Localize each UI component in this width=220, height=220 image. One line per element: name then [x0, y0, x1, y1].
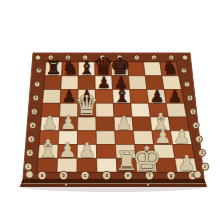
piece-black-pawn-d7[interactable]: ♟ [97, 74, 111, 92]
piece-black-knight-h8[interactable]: ♞ [162, 57, 178, 78]
coordinate-medallion-rank-left-3-label: 3 [30, 138, 32, 142]
coordinate-medallion-rank-right-8-label: 8 [183, 68, 185, 72]
coordinate-medallion-rank-left-8-label: 8 [38, 68, 40, 72]
corner-medallion [182, 55, 187, 60]
square-d2[interactable] [96, 145, 116, 159]
piece-white-bishop-a2[interactable]: ♝ [37, 134, 59, 163]
coordinate-medallion-file-b-label: b [62, 173, 65, 178]
piece-black-rook-a8[interactable]: ♜ [45, 57, 61, 78]
piece-black-pawn-h6[interactable]: ♟ [167, 87, 182, 106]
piece-black-knight-b8[interactable]: ♞ [62, 57, 78, 78]
corner-medallion [35, 55, 40, 60]
hinge-icon [147, 184, 149, 186]
square-g8[interactable] [144, 62, 162, 76]
piece-white-king-f1[interactable]: ♚ [132, 139, 162, 178]
coordinate-medallion-file-g-label: g [170, 173, 173, 178]
photo-canvas: aabbccddeeffgghh8877665544332211♜♞♝♛♚♞♟♟… [0, 0, 220, 220]
square-f7[interactable] [129, 76, 147, 90]
coordinate-medallion-rank-left-7-label: 7 [36, 82, 38, 86]
coordinate-medallion-rank-right-6-label: 6 [189, 96, 191, 100]
coordinate-medallion-rank-right-3-label: 3 [198, 138, 200, 142]
board-front-edge-lower [20, 184, 207, 188]
hinge-icon [65, 184, 67, 186]
board-front-edge [21, 178, 206, 184]
piece-white-pawn-a4[interactable]: ♟ [42, 112, 58, 133]
piece-black-pawn-g6[interactable]: ♟ [150, 87, 165, 106]
coordinate-medallion-rank-left-6-label: 6 [35, 96, 37, 100]
chess-board: aabbccddeeffgghh8877665544332211♜♞♝♛♚♞♟♟… [0, 0, 220, 220]
piece-white-pawn-h3[interactable]: ♟ [173, 125, 190, 148]
piece-white-pawn-h1[interactable]: ♟ [177, 151, 196, 175]
coordinate-medallion-rank-right-7-label: 7 [186, 82, 188, 86]
coordinate-medallion-top-g-label: g [153, 56, 155, 60]
square-a6[interactable] [43, 90, 61, 104]
square-d1[interactable] [97, 158, 117, 172]
coordinate-medallion-top-f-label: f [136, 56, 137, 60]
coordinate-medallion-rank-left-5-label: 5 [33, 110, 35, 114]
piece-white-queen-c5[interactable]: ♛ [75, 90, 100, 121]
square-d3[interactable] [96, 131, 115, 145]
piece-white-pawn-b4[interactable]: ♟ [60, 112, 76, 133]
piece-white-pawn-b2[interactable]: ♟ [58, 138, 76, 162]
square-f6[interactable] [130, 90, 149, 104]
square-f4[interactable] [132, 117, 152, 131]
corner-medallion [26, 171, 34, 179]
piece-white-pawn-e4[interactable]: ♟ [116, 112, 132, 133]
piece-white-pawn-c2[interactable]: ♟ [78, 138, 96, 162]
piece-black-bishop-e6[interactable]: ♝ [113, 83, 131, 107]
square-f5[interactable] [131, 103, 150, 117]
coordinate-medallion-rank-right-5-label: 5 [192, 110, 194, 114]
coordinate-medallion-file-d-label: d [105, 173, 108, 178]
